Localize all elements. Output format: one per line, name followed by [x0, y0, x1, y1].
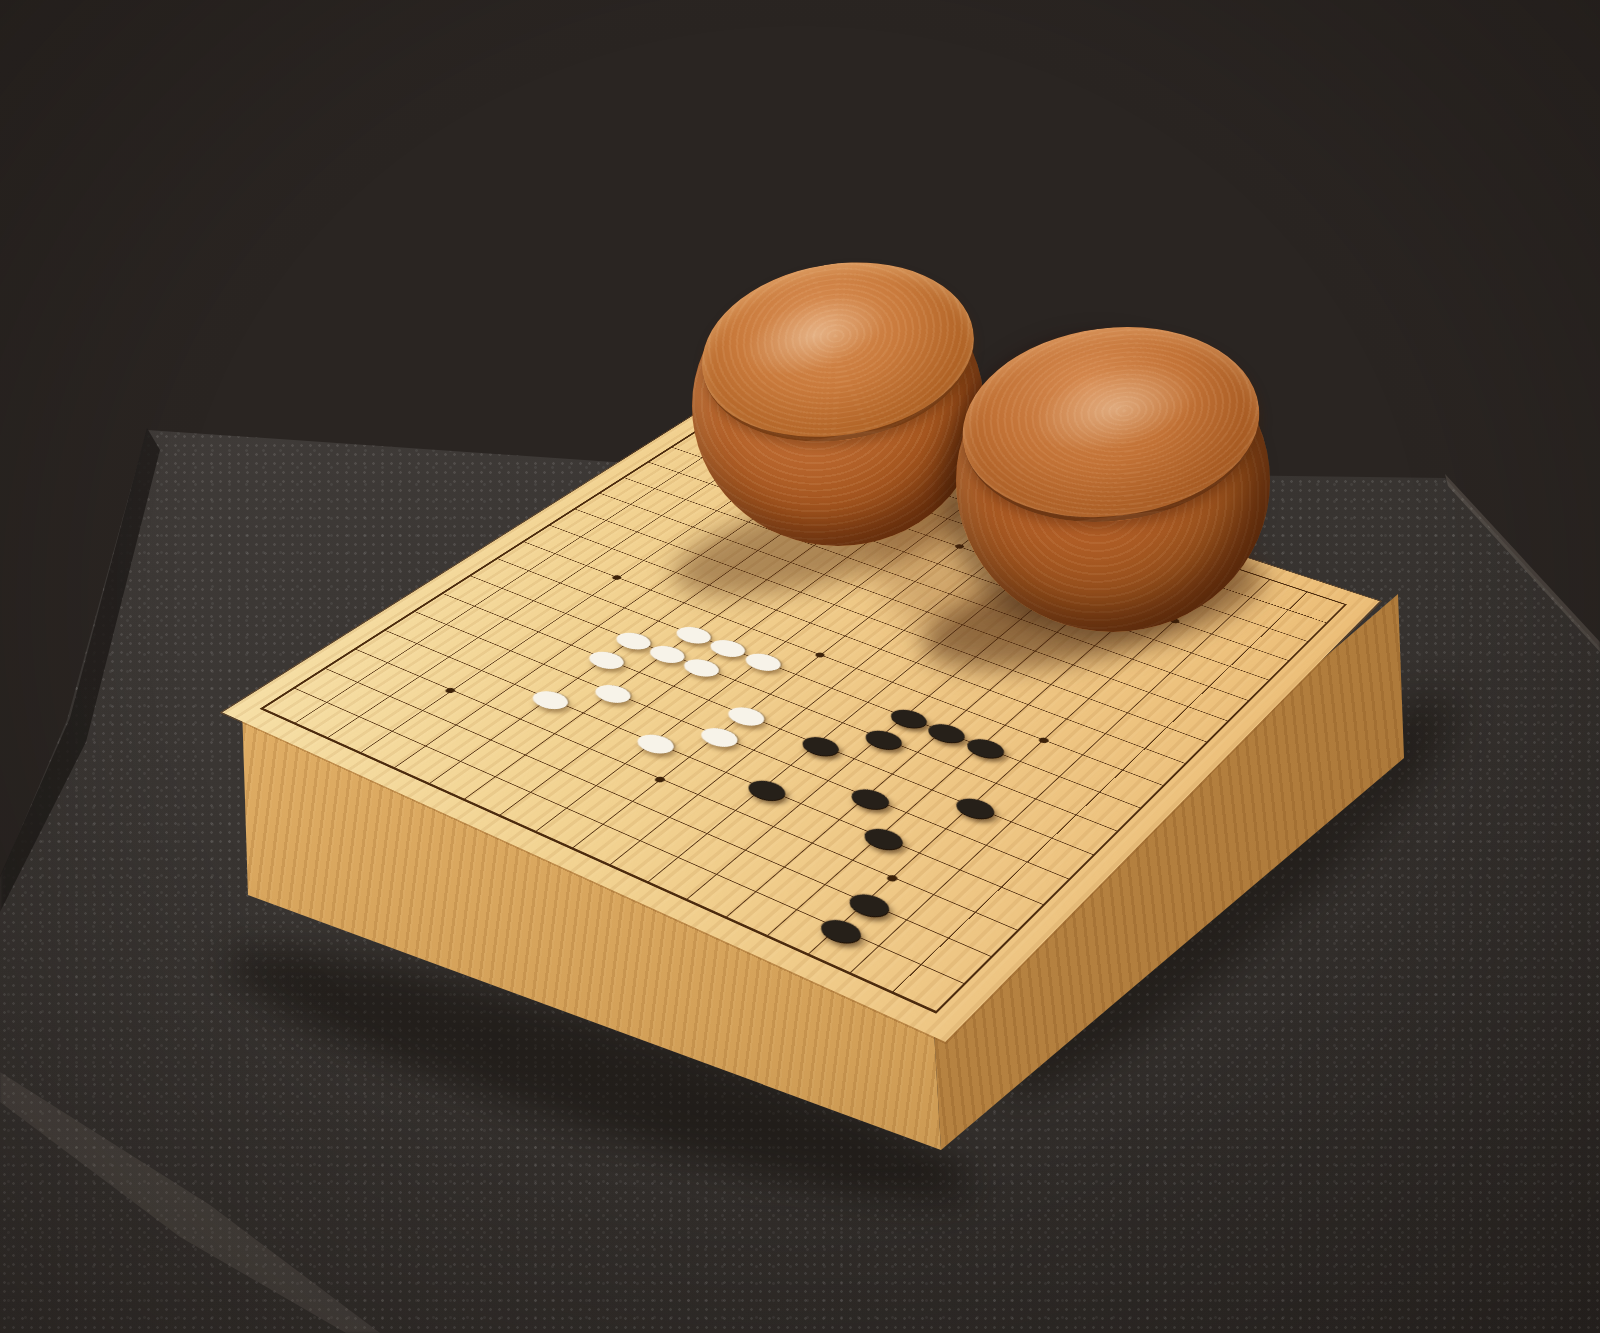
black-stone[interactable]: ●	[941, 726, 1020, 769]
black-stone[interactable]: ●	[837, 814, 920, 861]
black-stone[interactable]: ●	[930, 784, 1012, 830]
black-stone[interactable]: ●	[722, 766, 803, 811]
go-scene: ●●●●●●●●●●●●●●●●●●●●●●●	[0, 0, 1600, 1333]
